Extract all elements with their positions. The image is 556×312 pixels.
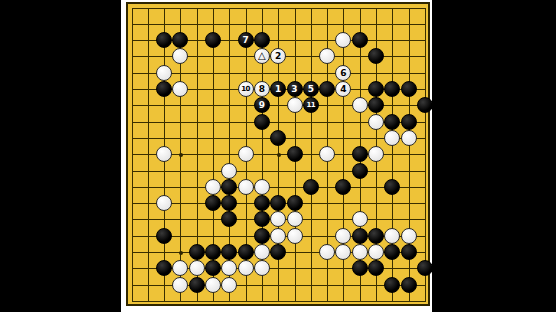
black-stone	[221, 179, 237, 195]
black-stone	[172, 32, 188, 48]
black-stone	[270, 195, 286, 211]
white-stone	[352, 97, 368, 113]
black-stone	[368, 260, 384, 276]
black-stone	[156, 260, 172, 276]
white-stone	[352, 244, 368, 260]
black-stone	[221, 195, 237, 211]
black-stone	[287, 195, 303, 211]
white-stone	[156, 65, 172, 81]
black-stone	[205, 244, 221, 260]
black-stone	[352, 228, 368, 244]
move-5-stone: 5	[303, 81, 319, 97]
white-stone	[319, 244, 335, 260]
move-9-stone: 9	[254, 97, 270, 113]
white-stone	[270, 228, 286, 244]
black-stone	[270, 244, 286, 260]
black-stone	[319, 81, 335, 97]
white-stone	[368, 146, 384, 162]
black-stone	[205, 260, 221, 276]
black-stone	[221, 211, 237, 227]
white-stone	[319, 146, 335, 162]
move-7-stone: 7	[238, 32, 254, 48]
black-stone	[384, 244, 400, 260]
black-stone	[205, 32, 221, 48]
white-stone	[287, 97, 303, 113]
move-10-stone: 10	[238, 81, 254, 97]
black-stone	[335, 179, 351, 195]
white-stone	[335, 244, 351, 260]
white-stone	[238, 179, 254, 195]
black-stone	[401, 81, 417, 97]
white-stone	[205, 179, 221, 195]
black-stone	[417, 260, 433, 276]
white-stone	[352, 211, 368, 227]
black-stone	[205, 195, 221, 211]
white-stone	[189, 260, 205, 276]
black-stone	[368, 48, 384, 64]
white-stone	[384, 228, 400, 244]
go-board[interactable]: 7△261081354911	[126, 2, 430, 306]
white-stone	[205, 277, 221, 293]
move-6-stone: 6	[335, 65, 351, 81]
grid-line-horizontal	[132, 187, 426, 188]
white-stone	[319, 48, 335, 64]
black-stone	[384, 81, 400, 97]
white-stone	[221, 260, 237, 276]
black-stone	[384, 114, 400, 130]
grid-line-vertical	[311, 8, 312, 302]
black-stone	[352, 163, 368, 179]
white-stone	[172, 277, 188, 293]
white-stone	[254, 260, 270, 276]
white-stone	[384, 130, 400, 146]
white-stone	[254, 179, 270, 195]
black-stone	[368, 97, 384, 113]
white-stone	[221, 163, 237, 179]
star-point	[277, 153, 281, 157]
move-11-stone: 11	[303, 97, 319, 113]
move-2-stone: 2	[270, 48, 286, 64]
white-stone	[401, 228, 417, 244]
star-point	[179, 153, 183, 157]
grid-line-vertical	[425, 8, 426, 302]
black-stone	[303, 179, 319, 195]
black-stone	[401, 114, 417, 130]
black-stone	[352, 146, 368, 162]
black-stone	[189, 244, 205, 260]
grid-line-horizontal	[132, 171, 426, 172]
star-point	[179, 251, 183, 255]
black-stone	[221, 244, 237, 260]
white-stone	[270, 211, 286, 227]
white-stone	[172, 48, 188, 64]
white-stone	[368, 244, 384, 260]
black-stone	[417, 97, 433, 113]
black-stone	[368, 81, 384, 97]
black-stone	[156, 32, 172, 48]
black-stone	[384, 277, 400, 293]
white-stone	[156, 146, 172, 162]
page-background: 7△261081354911	[0, 0, 556, 312]
white-stone	[221, 277, 237, 293]
black-stone	[352, 260, 368, 276]
black-stone	[254, 114, 270, 130]
black-stone	[254, 228, 270, 244]
black-stone	[238, 244, 254, 260]
black-stone	[368, 228, 384, 244]
black-stone	[254, 211, 270, 227]
black-stone	[156, 81, 172, 97]
white-stone	[335, 32, 351, 48]
move-3-stone: 3	[287, 81, 303, 97]
white-stone	[401, 130, 417, 146]
white-stone	[287, 228, 303, 244]
white-stone	[238, 260, 254, 276]
white-stone	[335, 228, 351, 244]
black-stone	[401, 277, 417, 293]
black-stone	[254, 32, 270, 48]
diagram-paper: 7△261081354911	[121, 0, 432, 312]
move-1-stone: 1	[270, 81, 286, 97]
black-stone	[287, 146, 303, 162]
move-8-stone: 8	[254, 81, 270, 97]
black-stone	[270, 130, 286, 146]
black-stone	[156, 228, 172, 244]
black-stone	[401, 244, 417, 260]
black-stone	[254, 195, 270, 211]
white-stone	[156, 195, 172, 211]
grid-line-horizontal	[132, 301, 426, 302]
move-4-stone: 4	[335, 81, 351, 97]
black-stone	[384, 179, 400, 195]
white-stone	[172, 260, 188, 276]
white-stone	[287, 211, 303, 227]
white-stone	[172, 81, 188, 97]
white-stone	[254, 244, 270, 260]
white-stone	[238, 146, 254, 162]
black-stone	[189, 277, 205, 293]
triangle-marked-stone: △	[254, 48, 270, 64]
black-stone	[352, 32, 368, 48]
white-stone	[368, 114, 384, 130]
